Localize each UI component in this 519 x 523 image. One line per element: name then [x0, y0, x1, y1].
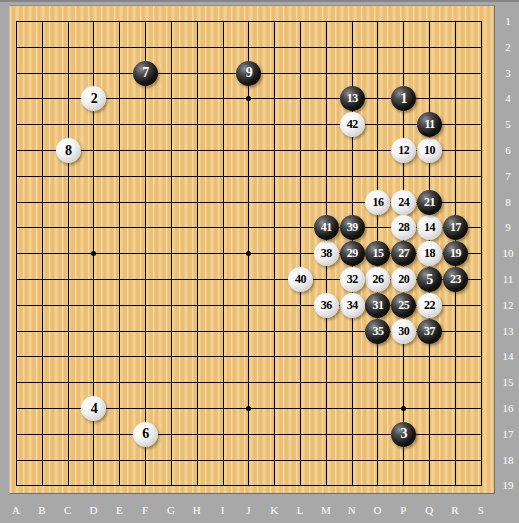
row-label-10: 10: [496, 246, 519, 260]
col-label-K: K: [264, 503, 284, 517]
grid-line-horizontal: [16, 382, 482, 383]
col-label-H: H: [187, 503, 207, 517]
col-label-S: S: [471, 503, 491, 517]
stone-white-38: 38: [314, 241, 339, 266]
stone-black-5: 5: [417, 267, 442, 292]
row-label-13: 13: [496, 324, 519, 338]
row-label-6: 6: [496, 143, 519, 157]
row-label-5: 5: [496, 117, 519, 131]
row-label-18: 18: [496, 453, 519, 467]
grid-line-vertical: [274, 21, 275, 486]
row-label-16: 16: [496, 401, 519, 415]
col-label-P: P: [393, 503, 413, 517]
col-label-L: L: [290, 503, 310, 517]
row-label-3: 3: [496, 66, 519, 80]
stone-white-22: 22: [417, 293, 442, 318]
row-label-2: 2: [496, 40, 519, 54]
row-label-7: 7: [496, 169, 519, 183]
stone-black-23: 23: [443, 267, 468, 292]
stone-black-25: 25: [391, 293, 416, 318]
grid-line-vertical: [481, 21, 482, 486]
stone-black-7: 7: [133, 61, 158, 86]
grid-line-vertical: [300, 21, 301, 486]
row-label-17: 17: [496, 427, 519, 441]
col-label-B: B: [32, 503, 52, 517]
stone-white-10: 10: [417, 138, 442, 163]
col-label-R: R: [445, 503, 465, 517]
col-label-G: G: [161, 503, 181, 517]
stone-black-35: 35: [365, 319, 390, 344]
col-label-F: F: [135, 503, 155, 517]
stone-white-16: 16: [365, 190, 390, 215]
row-label-4: 4: [496, 91, 519, 105]
row-label-14: 14: [496, 349, 519, 363]
col-label-D: D: [83, 503, 103, 517]
stone-black-9: 9: [236, 61, 261, 86]
col-label-O: O: [367, 503, 387, 517]
col-label-A: A: [6, 503, 26, 517]
col-label-Q: Q: [419, 503, 439, 517]
grid-line-horizontal: [16, 356, 482, 357]
col-label-E: E: [109, 503, 129, 517]
row-label-8: 8: [496, 195, 519, 209]
stone-white-32: 32: [340, 267, 365, 292]
stone-white-34: 34: [340, 293, 365, 318]
row-label-9: 9: [496, 220, 519, 234]
col-label-M: M: [316, 503, 336, 517]
stone-white-40: 40: [288, 267, 313, 292]
col-label-C: C: [58, 503, 78, 517]
stone-white-42: 42: [340, 112, 365, 137]
row-label-11: 11: [496, 272, 519, 286]
stone-black-29: 29: [340, 241, 365, 266]
row-label-15: 15: [496, 375, 519, 389]
row-label-12: 12: [496, 298, 519, 312]
col-label-I: I: [213, 503, 233, 517]
col-label-J: J: [238, 503, 258, 517]
grid-line-horizontal: [16, 485, 482, 486]
stone-white-24: 24: [391, 190, 416, 215]
stone-black-13: 13: [340, 86, 365, 111]
row-label-1: 1: [496, 14, 519, 28]
stone-white-8: 8: [56, 138, 81, 163]
go-diagram-screen: 1234567891011121314151617181920212223242…: [0, 0, 519, 523]
grid-line-horizontal: [16, 460, 482, 461]
stone-white-36: 36: [314, 293, 339, 318]
row-label-19: 19: [496, 478, 519, 492]
stone-black-3: 3: [391, 422, 416, 447]
col-label-N: N: [342, 503, 362, 517]
stone-black-19: 19: [443, 241, 468, 266]
stone-black-37: 37: [417, 319, 442, 344]
stone-white-30: 30: [391, 319, 416, 344]
stone-white-6: 6: [133, 422, 158, 447]
stone-black-21: 21: [417, 190, 442, 215]
stone-black-39: 39: [340, 215, 365, 240]
